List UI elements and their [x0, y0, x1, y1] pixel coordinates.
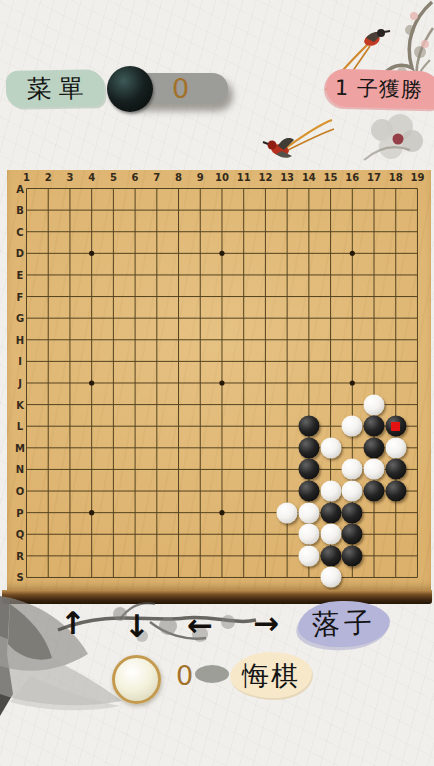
column-label: 4: [88, 172, 95, 184]
decoration-flying-bird: [262, 112, 336, 166]
stone-white: [277, 502, 298, 523]
move-cursor-up-button[interactable]: ↑: [51, 602, 95, 646]
row-label: C: [16, 226, 23, 237]
row-label: K: [16, 399, 24, 410]
go-app-screen: 菜單 0 1 子獲勝 12345678910111213141516171819…: [0, 0, 434, 766]
column-label: 18: [389, 172, 403, 184]
row-label: L: [17, 421, 23, 432]
stone-white: [298, 502, 319, 523]
stone-black: [342, 502, 363, 523]
stone-black: [298, 481, 319, 502]
menu-button-label: 菜單: [26, 75, 90, 101]
stone-black: [385, 416, 406, 437]
column-label: 11: [237, 172, 251, 184]
row-label: J: [18, 377, 22, 388]
stone-black: [320, 545, 341, 566]
row-label: H: [16, 334, 24, 345]
win-condition-label: 1 子獲勝: [326, 73, 424, 104]
row-label: B: [16, 205, 24, 216]
row-label: A: [16, 183, 24, 194]
move-cursor-left-button[interactable]: ←: [178, 604, 222, 648]
black-counter-value: 0: [172, 75, 189, 102]
column-label: 8: [175, 172, 182, 184]
column-label: 17: [367, 172, 381, 184]
stone-white: [320, 524, 341, 545]
column-label: 9: [197, 172, 204, 184]
row-label: F: [17, 291, 24, 302]
stone-white: [364, 459, 385, 480]
stone-black: [385, 481, 406, 502]
row-label: Q: [16, 529, 25, 540]
column-label: 7: [153, 172, 160, 184]
last-move-marker: [391, 422, 400, 431]
column-label: 15: [324, 172, 338, 184]
stone-black: [298, 416, 319, 437]
stone-black: [298, 437, 319, 458]
move-cursor-right-button[interactable]: →: [244, 602, 288, 646]
row-label: O: [16, 486, 25, 497]
menu-button[interactable]: 菜單: [6, 69, 105, 108]
column-label: 12: [258, 172, 272, 184]
stone-white: [385, 437, 406, 458]
row-label: D: [16, 248, 24, 259]
undo-button-label: 悔棋: [242, 662, 300, 689]
stone-black: [364, 437, 385, 458]
column-label: 16: [345, 172, 359, 184]
undo-button[interactable]: 悔棋: [230, 652, 312, 698]
stone-black: [364, 416, 385, 437]
column-label: 3: [66, 172, 73, 184]
column-label: 13: [280, 172, 294, 184]
stone-black: [298, 459, 319, 480]
row-label: I: [18, 356, 22, 367]
row-label: N: [16, 464, 24, 475]
stone-black: [342, 545, 363, 566]
column-label: 14: [302, 172, 316, 184]
stone-white: [342, 416, 363, 437]
board-grid: [7, 170, 431, 590]
column-label: 2: [45, 172, 52, 184]
stone-white: [342, 481, 363, 502]
stone-white: [364, 394, 385, 415]
move-cursor-down-button[interactable]: ↓: [115, 605, 159, 649]
row-label: R: [16, 550, 24, 561]
stone-white: [342, 459, 363, 480]
place-stone-button[interactable]: 落子: [297, 599, 391, 648]
stone-white: [320, 481, 341, 502]
stone-white: [320, 567, 341, 588]
column-label: 5: [110, 172, 117, 184]
row-label: M: [15, 442, 25, 453]
stone-black: [320, 502, 341, 523]
white-counter-value: 0: [176, 662, 193, 689]
column-label: 6: [132, 172, 139, 184]
stone-black: [385, 459, 406, 480]
place-stone-label: 落子: [312, 609, 377, 639]
black-stone-icon: [107, 66, 153, 112]
row-label: G: [16, 313, 24, 324]
go-board[interactable]: 12345678910111213141516171819 ABCDEFGHIJ…: [7, 170, 431, 590]
row-label: E: [17, 269, 24, 280]
stone-white: [298, 545, 319, 566]
stone-black: [364, 481, 385, 502]
white-stone-icon: [112, 655, 161, 704]
row-label: S: [16, 572, 23, 583]
column-label: 19: [410, 172, 424, 184]
stone-black: [342, 524, 363, 545]
row-label: P: [16, 507, 23, 518]
stone-white: [320, 437, 341, 458]
win-condition-banner: 1 子獲勝: [326, 68, 434, 109]
stone-white: [298, 524, 319, 545]
column-label: 10: [215, 172, 229, 184]
